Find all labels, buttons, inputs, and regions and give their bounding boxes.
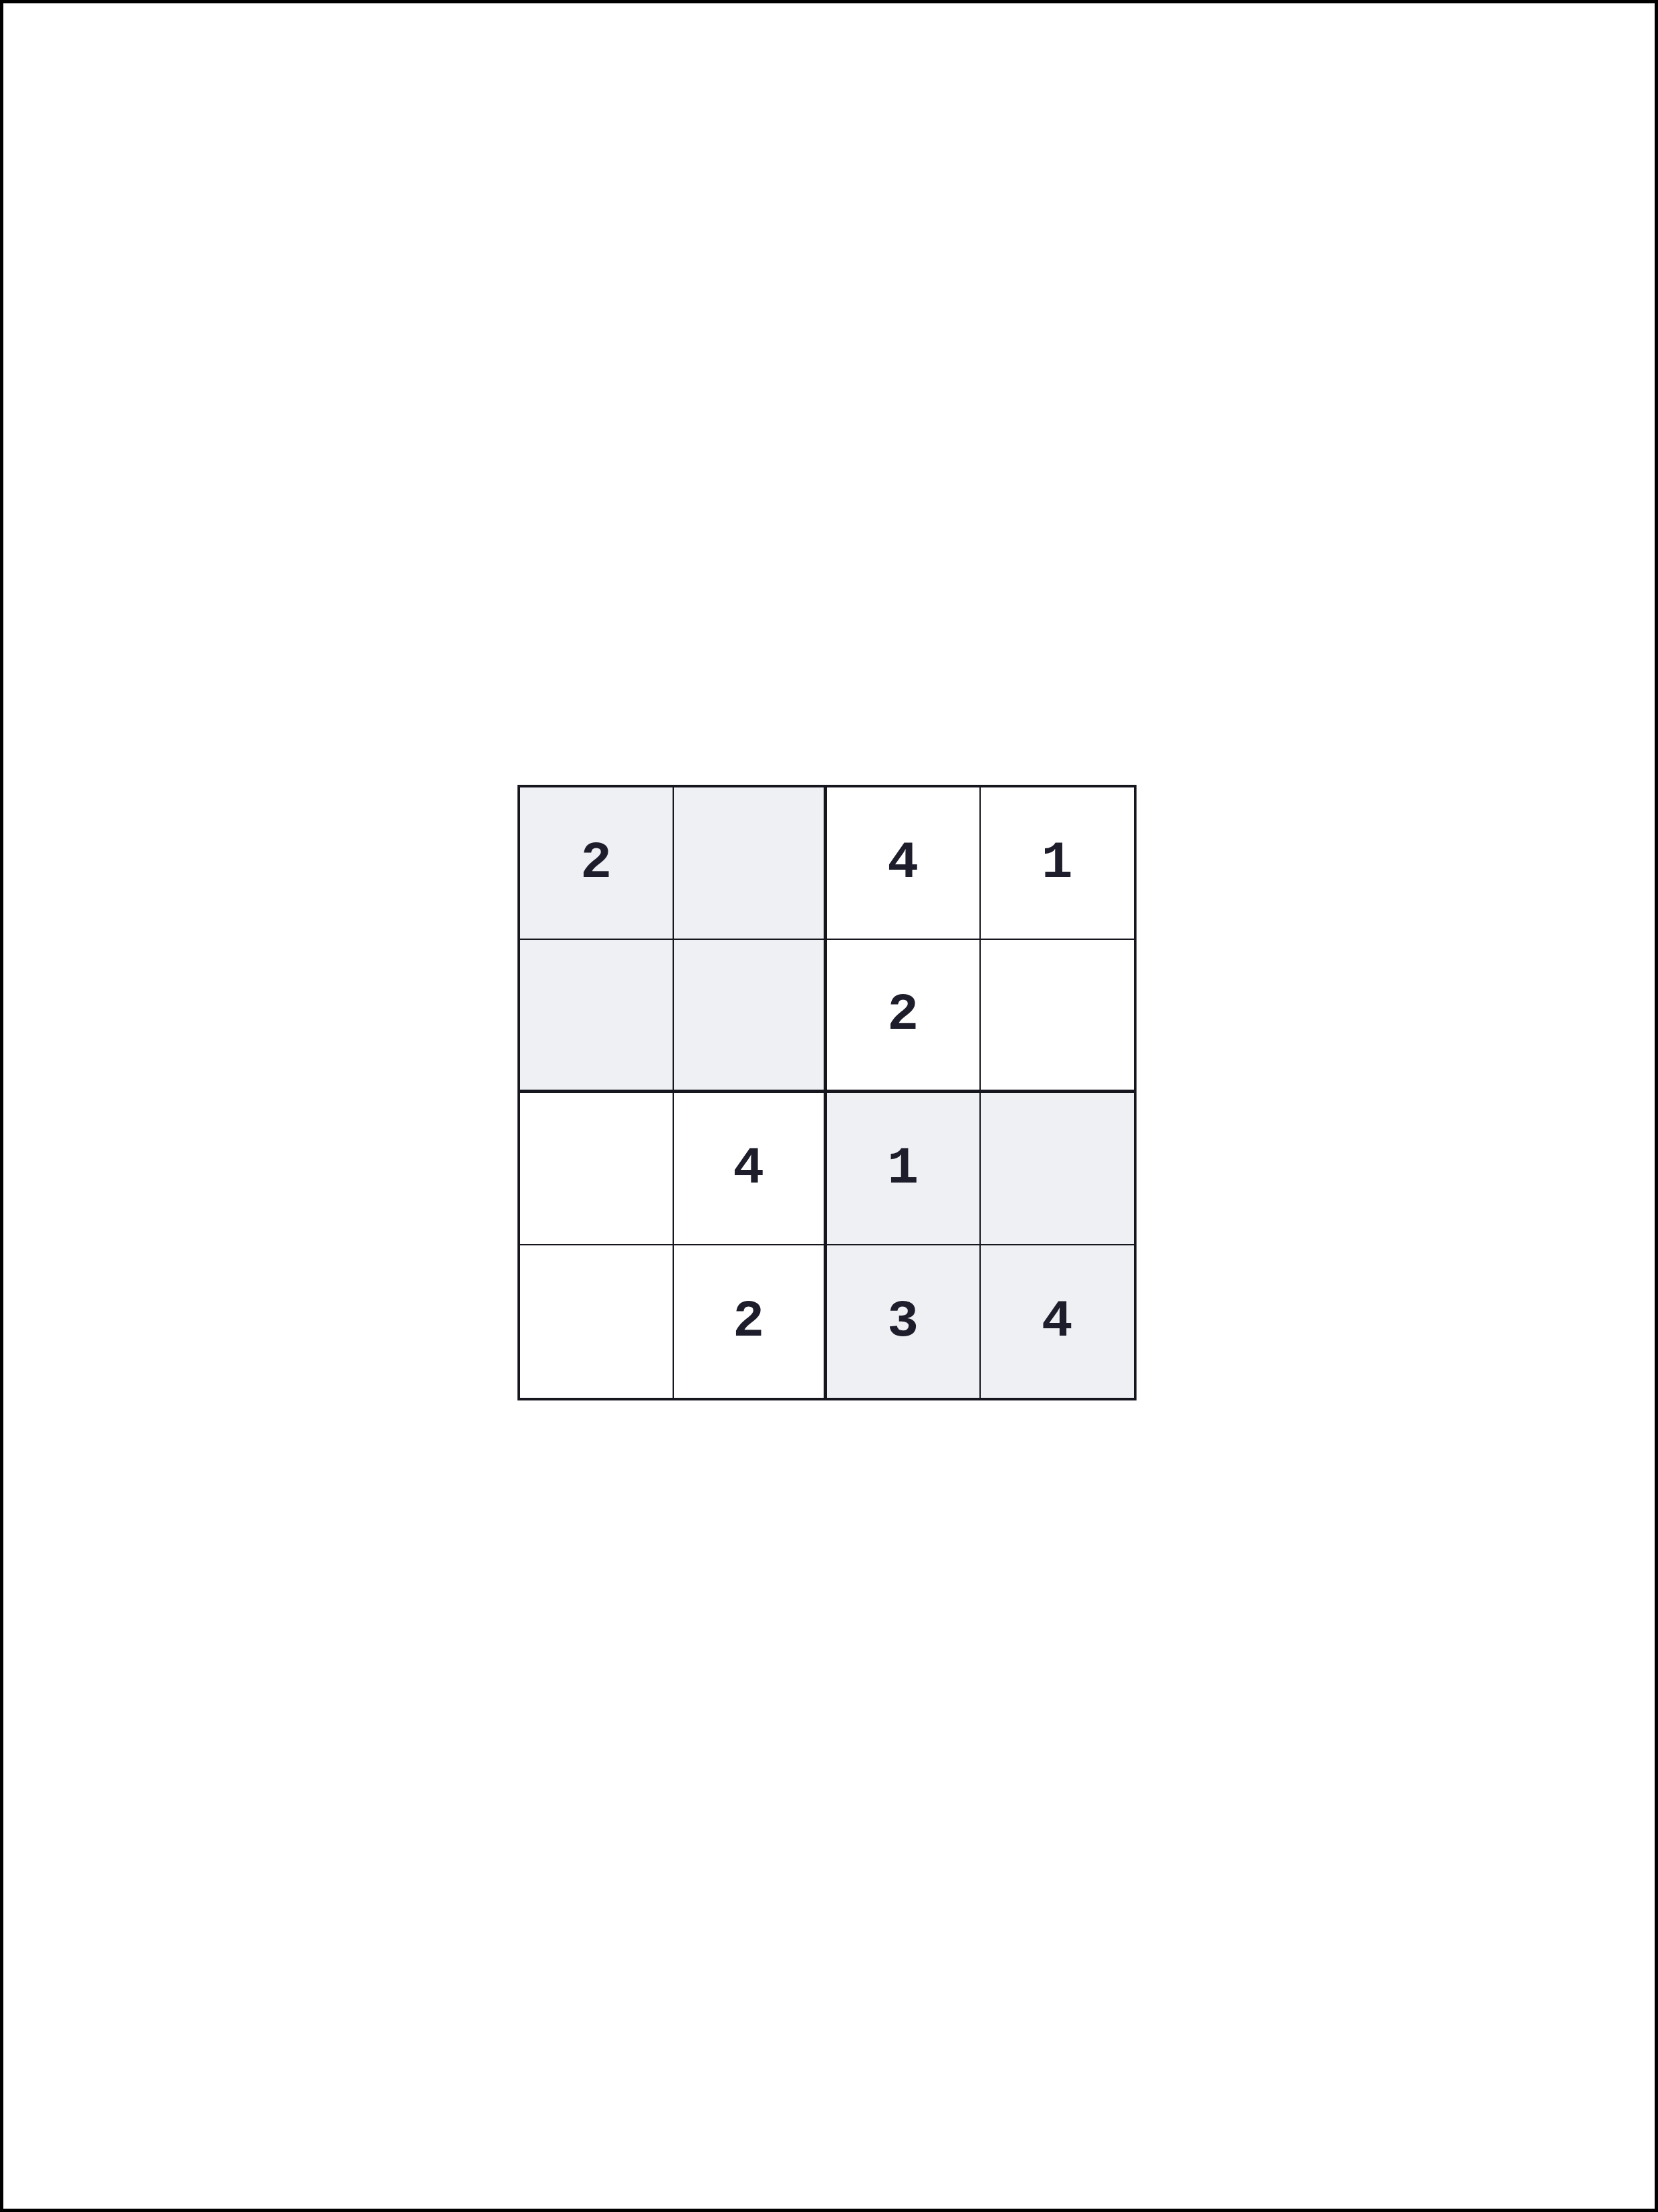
cell-r3c4[interactable] (981, 1093, 1135, 1245)
cell-r1c2[interactable] (674, 787, 828, 940)
cell-r4c2: 2 (674, 1245, 828, 1398)
cell-r2c1[interactable] (520, 940, 674, 1092)
cell-r2c2[interactable] (674, 940, 828, 1092)
cell-r4c3: 3 (827, 1245, 981, 1398)
cell-r1c4: 1 (981, 787, 1135, 940)
cell-r2c4[interactable] (981, 940, 1135, 1092)
cell-r3c3: 1 (827, 1093, 981, 1245)
sudoku-board: 2 4 1 2 4 1 2 3 4 (517, 785, 1137, 1400)
cell-r3c2: 4 (674, 1093, 828, 1245)
cell-r4c1[interactable] (520, 1245, 674, 1398)
worksheet-page: 2 4 1 2 4 1 2 3 4 (0, 0, 1658, 2212)
cell-r2c3: 2 (827, 940, 981, 1092)
cell-r4c4: 4 (981, 1245, 1135, 1398)
cell-r1c3: 4 (827, 787, 981, 940)
cell-r1c1: 2 (520, 787, 674, 940)
cell-r3c1[interactable] (520, 1093, 674, 1245)
